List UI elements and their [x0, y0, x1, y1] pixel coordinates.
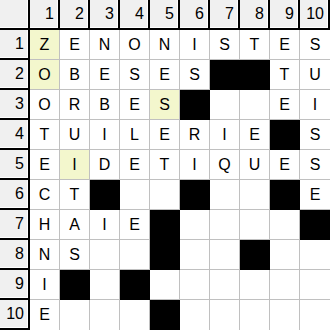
black-cell-r6c6 — [180, 180, 210, 210]
grid-cell-r3c1[interactable]: O — [30, 90, 60, 120]
grid-cell-r6c8[interactable] — [240, 180, 270, 210]
grid-cell-r9c1[interactable]: I — [30, 270, 60, 300]
row-header-4: 4 — [0, 120, 30, 150]
grid-cell-r1c9[interactable]: E — [270, 30, 300, 60]
grid-cell-r9c7[interactable] — [210, 270, 240, 300]
grid-cell-r10c6[interactable] — [180, 300, 210, 330]
grid-cell-r10c4[interactable] — [120, 300, 150, 330]
grid-cell-r6c4[interactable] — [120, 180, 150, 210]
col-header-7: 7 — [210, 0, 240, 30]
crossword-board: 123456789101ZENONISTES2OBESESTU3ORBESEI4… — [0, 0, 330, 330]
grid-cell-r9c8[interactable] — [240, 270, 270, 300]
grid-cell-r8c1[interactable]: N — [30, 240, 60, 270]
grid-cell-r3c3[interactable]: B — [90, 90, 120, 120]
black-cell-r3c6 — [180, 90, 210, 120]
grid-cell-r2c1[interactable]: O — [30, 60, 60, 90]
row-header-7: 7 — [0, 210, 30, 240]
grid-cell-r9c3[interactable] — [90, 270, 120, 300]
grid-cell-r9c5[interactable] — [150, 270, 180, 300]
grid-cell-r4c5[interactable]: E — [150, 120, 180, 150]
grid-cell-r10c8[interactable] — [240, 300, 270, 330]
grid-cell-r4c3[interactable]: I — [90, 120, 120, 150]
black-cell-r7c5 — [150, 210, 180, 240]
grid-cell-r8c6[interactable] — [180, 240, 210, 270]
black-cell-r6c9 — [270, 180, 300, 210]
col-header-3: 3 — [90, 0, 120, 30]
grid-cell-r3c5[interactable]: S — [150, 90, 180, 120]
grid-cell-r1c1[interactable]: Z — [30, 30, 60, 60]
grid-cell-r10c3[interactable] — [90, 300, 120, 330]
grid-cell-r3c10[interactable]: I — [300, 90, 330, 120]
grid-cell-r4c8[interactable]: E — [240, 120, 270, 150]
black-cell-r4c9 — [270, 120, 300, 150]
grid-cell-r7c9[interactable] — [270, 210, 300, 240]
grid-cell-r6c7[interactable] — [210, 180, 240, 210]
col-header-1: 1 — [30, 0, 60, 30]
grid-cell-r7c1[interactable]: H — [30, 210, 60, 240]
corner-cell — [0, 0, 30, 30]
black-cell-r7c10 — [300, 210, 330, 240]
grid-cell-r7c3[interactable]: I — [90, 210, 120, 240]
row-header-8: 8 — [0, 240, 30, 270]
grid-cell-r3c9[interactable]: E — [270, 90, 300, 120]
grid-cell-r2c2[interactable]: B — [60, 60, 90, 90]
grid-cell-r4c10[interactable]: S — [300, 120, 330, 150]
grid-cell-r2c10[interactable]: U — [300, 60, 330, 90]
grid-cell-r8c3[interactable] — [90, 240, 120, 270]
grid-cell-r7c6[interactable] — [180, 210, 210, 240]
grid-cell-r9c9[interactable] — [270, 270, 300, 300]
grid-cell-r1c4[interactable]: O — [120, 30, 150, 60]
grid-cell-r9c10[interactable] — [300, 270, 330, 300]
grid-cell-r1c6[interactable]: I — [180, 30, 210, 60]
grid-cell-r3c2[interactable]: R — [60, 90, 90, 120]
grid-cell-r1c5[interactable]: N — [150, 30, 180, 60]
grid-cell-r10c7[interactable] — [210, 300, 240, 330]
grid-cell-r1c10[interactable]: S — [300, 30, 330, 60]
grid-cell-r9c6[interactable] — [180, 270, 210, 300]
grid-cell-r7c8[interactable] — [240, 210, 270, 240]
black-cell-r2c7 — [210, 60, 240, 90]
col-header-10: 10 — [300, 0, 330, 30]
grid-cell-r3c4[interactable]: E — [120, 90, 150, 120]
grid-cell-r8c7[interactable] — [210, 240, 240, 270]
grid-cell-r5c7[interactable]: Q — [210, 150, 240, 180]
grid-cell-r3c8[interactable] — [240, 90, 270, 120]
row-header-6: 6 — [0, 180, 30, 210]
grid-cell-r6c5[interactable] — [150, 180, 180, 210]
grid-cell-r7c7[interactable] — [210, 210, 240, 240]
black-cell-r2c8 — [240, 60, 270, 90]
grid-cell-r10c9[interactable] — [270, 300, 300, 330]
grid-cell-r1c7[interactable]: S — [210, 30, 240, 60]
grid-cell-r7c2[interactable]: A — [60, 210, 90, 240]
grid-cell-r2c3[interactable]: E — [90, 60, 120, 90]
row-header-2: 2 — [0, 60, 30, 90]
grid-cell-r2c5[interactable]: E — [150, 60, 180, 90]
grid-cell-r7c4[interactable]: E — [120, 210, 150, 240]
col-header-8: 8 — [240, 0, 270, 30]
grid-cell-r5c8[interactable]: U — [240, 150, 270, 180]
black-cell-r6c3 — [90, 180, 120, 210]
black-cell-r9c2 — [60, 270, 90, 300]
grid-cell-r5c6[interactable]: I — [180, 150, 210, 180]
col-header-5: 5 — [150, 0, 180, 30]
grid-cell-r5c3[interactable]: D — [90, 150, 120, 180]
grid-cell-r1c3[interactable]: N — [90, 30, 120, 60]
grid-cell-r5c5[interactable]: T — [150, 150, 180, 180]
grid-cell-r5c10[interactable]: S — [300, 150, 330, 180]
row-header-10: 10 — [0, 300, 30, 330]
grid-cell-r10c10[interactable] — [300, 300, 330, 330]
row-header-3: 3 — [0, 90, 30, 120]
row-header-9: 9 — [0, 270, 30, 300]
grid-cell-r1c8[interactable]: T — [240, 30, 270, 60]
col-header-4: 4 — [120, 0, 150, 30]
grid-cell-r4c1[interactable]: T — [30, 120, 60, 150]
grid-cell-r6c2[interactable]: T — [60, 180, 90, 210]
grid-cell-r8c10[interactable] — [300, 240, 330, 270]
row-header-1: 1 — [0, 30, 30, 60]
grid-cell-r5c2[interactable]: I — [60, 150, 90, 180]
grid-cell-r2c4[interactable]: S — [120, 60, 150, 90]
grid-cell-r4c4[interactable]: L — [120, 120, 150, 150]
black-cell-r8c8 — [240, 240, 270, 270]
col-header-9: 9 — [270, 0, 300, 30]
grid-cell-r10c2[interactable] — [60, 300, 90, 330]
grid-cell-r5c1[interactable]: E — [30, 150, 60, 180]
black-cell-r10c5 — [150, 300, 180, 330]
grid-cell-r5c4[interactable]: E — [120, 150, 150, 180]
row-header-5: 5 — [0, 150, 30, 180]
grid-cell-r10c1[interactable]: E — [30, 300, 60, 330]
col-header-6: 6 — [180, 0, 210, 30]
grid-cell-r4c6[interactable]: R — [180, 120, 210, 150]
col-header-2: 2 — [60, 0, 90, 30]
grid-cell-r8c9[interactable] — [270, 240, 300, 270]
grid-cell-r2c9[interactable]: T — [270, 60, 300, 90]
grid-cell-r8c2[interactable]: S — [60, 240, 90, 270]
grid-cell-r8c4[interactable] — [120, 240, 150, 270]
black-cell-r9c4 — [120, 270, 150, 300]
grid-cell-r6c1[interactable]: C — [30, 180, 60, 210]
grid-cell-r1c2[interactable]: E — [60, 30, 90, 60]
grid-cell-r6c10[interactable]: E — [300, 180, 330, 210]
grid-cell-r3c7[interactable] — [210, 90, 240, 120]
grid-cell-r4c7[interactable]: I — [210, 120, 240, 150]
black-cell-r8c5 — [150, 240, 180, 270]
crossword-grid: 123456789101ZENONISTES2OBESESTU3ORBESEI4… — [0, 0, 330, 330]
grid-cell-r4c2[interactable]: U — [60, 120, 90, 150]
grid-cell-r5c9[interactable]: E — [270, 150, 300, 180]
grid-cell-r2c6[interactable]: S — [180, 60, 210, 90]
